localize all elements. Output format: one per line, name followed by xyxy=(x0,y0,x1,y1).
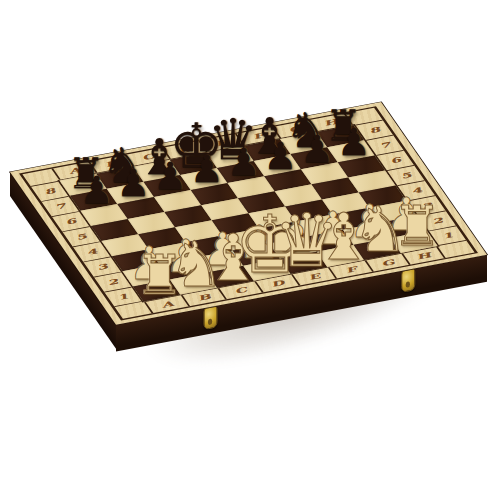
product-photo: ABCDEFGH ABCDEFGH 87654321 87654321 ♜♞♝♚… xyxy=(0,0,500,500)
brass-latch-left xyxy=(204,305,218,330)
brass-latch-right xyxy=(401,268,415,293)
